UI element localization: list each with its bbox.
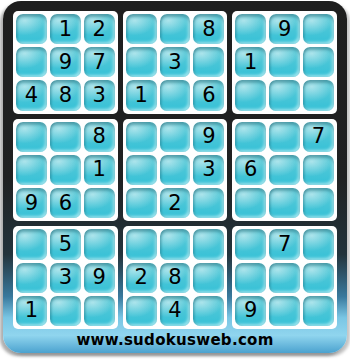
cell-r4c7[interactable]	[235, 122, 266, 152]
cell-r1c4[interactable]	[126, 14, 157, 44]
cell-r2c6[interactable]	[193, 47, 224, 77]
cell-r5c7[interactable]: 6	[235, 155, 266, 185]
cell-r2c5[interactable]: 3	[160, 47, 191, 77]
cell-r7c5[interactable]	[160, 229, 191, 259]
cell-r9c9[interactable]	[303, 296, 334, 326]
cell-r8c9[interactable]	[303, 263, 334, 293]
cell-r9c4[interactable]	[126, 296, 157, 326]
cell-r9c7[interactable]: 9	[235, 296, 266, 326]
cell-r7c1[interactable]	[16, 229, 47, 259]
cell-r8c4[interactable]: 2	[126, 263, 157, 293]
cell-r3c2[interactable]: 8	[50, 80, 81, 110]
cell-r7c2[interactable]: 5	[50, 229, 81, 259]
cell-r5c8[interactable]	[269, 155, 300, 185]
cell-r8c1[interactable]	[16, 263, 47, 293]
cell-r9c6[interactable]	[193, 296, 224, 326]
cell-r2c2[interactable]: 9	[50, 47, 81, 77]
cell-r5c1[interactable]	[16, 155, 47, 185]
cell-r1c1[interactable]	[16, 14, 47, 44]
cell-r7c4[interactable]	[126, 229, 157, 259]
cell-r4c6[interactable]: 9	[193, 122, 224, 152]
cell-r8c5[interactable]: 8	[160, 263, 191, 293]
cell-r3c4[interactable]: 1	[126, 80, 157, 110]
cell-r6c6[interactable]	[193, 188, 224, 218]
cell-r2c4[interactable]	[126, 47, 157, 77]
cell-r2c8[interactable]	[269, 47, 300, 77]
sudoku-box-r1c3: 91	[232, 11, 337, 114]
cell-r6c8[interactable]	[269, 188, 300, 218]
cell-r4c9[interactable]: 7	[303, 122, 334, 152]
cell-r3c5[interactable]	[160, 80, 191, 110]
cell-r8c7[interactable]	[235, 263, 266, 293]
cell-r5c4[interactable]	[126, 155, 157, 185]
sudoku-box-r3c3: 79	[232, 226, 337, 329]
cell-r3c6[interactable]: 6	[193, 80, 224, 110]
cell-r5c9[interactable]	[303, 155, 334, 185]
cell-r4c5[interactable]	[160, 122, 191, 152]
cell-r5c2[interactable]	[50, 155, 81, 185]
sudoku-box-r3c1: 5391	[13, 226, 118, 329]
cell-r4c4[interactable]	[126, 122, 157, 152]
sudoku-board-frame: 1297483831691819693276539128479 www.sudo…	[3, 1, 347, 353]
cell-r8c3[interactable]: 9	[84, 263, 115, 293]
cell-r7c3[interactable]	[84, 229, 115, 259]
cell-r7c9[interactable]	[303, 229, 334, 259]
cell-r3c7[interactable]	[235, 80, 266, 110]
cell-r4c1[interactable]	[16, 122, 47, 152]
cell-r7c6[interactable]	[193, 229, 224, 259]
cell-r4c8[interactable]	[269, 122, 300, 152]
cell-r8c6[interactable]	[193, 263, 224, 293]
cell-r5c6[interactable]: 3	[193, 155, 224, 185]
cell-r6c1[interactable]: 9	[16, 188, 47, 218]
cell-r1c5[interactable]	[160, 14, 191, 44]
cell-r6c9[interactable]	[303, 188, 334, 218]
cell-r4c3[interactable]: 8	[84, 122, 115, 152]
cell-r1c2[interactable]: 1	[50, 14, 81, 44]
cell-r1c8[interactable]: 9	[269, 14, 300, 44]
sudoku-box-r1c1: 1297483	[13, 11, 118, 114]
cell-r6c7[interactable]	[235, 188, 266, 218]
cell-r9c1[interactable]: 1	[16, 296, 47, 326]
sudoku-box-r1c2: 8316	[123, 11, 228, 114]
cell-r7c8[interactable]: 7	[269, 229, 300, 259]
cell-r5c3[interactable]: 1	[84, 155, 115, 185]
cell-r8c2[interactable]: 3	[50, 263, 81, 293]
cell-r6c4[interactable]	[126, 188, 157, 218]
sudoku-box-r2c1: 8196	[13, 119, 118, 222]
cell-r2c3[interactable]: 7	[84, 47, 115, 77]
cell-r3c8[interactable]	[269, 80, 300, 110]
cell-r6c2[interactable]: 6	[50, 188, 81, 218]
sudoku-grid: 1297483831691819693276539128479	[13, 11, 337, 329]
cell-r9c2[interactable]	[50, 296, 81, 326]
cell-r9c3[interactable]	[84, 296, 115, 326]
cell-r3c1[interactable]: 4	[16, 80, 47, 110]
cell-r9c5[interactable]: 4	[160, 296, 191, 326]
cell-r2c7[interactable]: 1	[235, 47, 266, 77]
cell-r6c5[interactable]: 2	[160, 188, 191, 218]
sudoku-box-r2c3: 76	[232, 119, 337, 222]
cell-r1c3[interactable]: 2	[84, 14, 115, 44]
cell-r6c3[interactable]	[84, 188, 115, 218]
footer-site-link[interactable]: www.sudokusweb.com	[3, 330, 347, 350]
cell-r4c2[interactable]	[50, 122, 81, 152]
sudoku-box-r2c2: 932	[123, 119, 228, 222]
cell-r3c3[interactable]: 3	[84, 80, 115, 110]
cell-r2c1[interactable]	[16, 47, 47, 77]
cell-r8c8[interactable]	[269, 263, 300, 293]
cell-r1c9[interactable]	[303, 14, 334, 44]
cell-r1c7[interactable]	[235, 14, 266, 44]
cell-r2c9[interactable]	[303, 47, 334, 77]
cell-r1c6[interactable]: 8	[193, 14, 224, 44]
cell-r7c7[interactable]	[235, 229, 266, 259]
cell-r5c5[interactable]	[160, 155, 191, 185]
cell-r3c9[interactable]	[303, 80, 334, 110]
sudoku-page: 1297483831691819693276539128479 www.sudo…	[0, 0, 350, 360]
cell-r9c8[interactable]	[269, 296, 300, 326]
sudoku-box-r3c2: 284	[123, 226, 228, 329]
